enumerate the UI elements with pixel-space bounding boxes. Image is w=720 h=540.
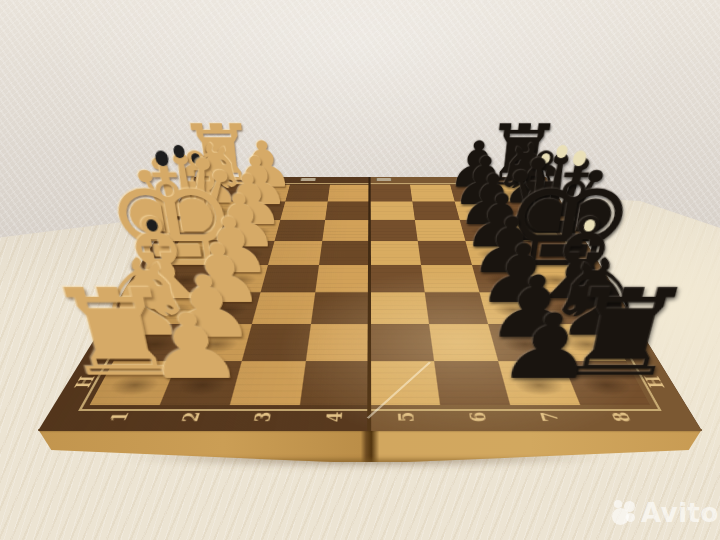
rank-label-7: 7: [532, 407, 567, 427]
rank-label-4: 4: [319, 407, 348, 427]
watermark: Avito: [608, 496, 720, 534]
rank-label-6: 6: [462, 407, 494, 427]
piece-glyph: ♟: [407, 301, 702, 391]
finial-dot: [154, 151, 169, 166]
hinge-icon: [376, 178, 392, 181]
finial-dot: [582, 219, 595, 231]
chessboard: 12345678HH♜♞♝♛♚♝♞♜♟♟♟♟♟♟♟♟♜♞♝♛♚♝♞♜♟♟♟♟♟♟…: [140, 35, 600, 495]
board-plane: 12345678HH♜♞♝♛♚♝♞♜♟♟♟♟♟♟♟♟♜♞♝♛♚♝♞♜♟♟♟♟♟♟…: [38, 177, 702, 431]
logo-circle: [624, 501, 635, 512]
finial-dot: [145, 219, 158, 231]
logo-circle: [614, 500, 622, 508]
board-fold-seam: [367, 177, 371, 431]
rank-label-5: 5: [391, 407, 420, 427]
watermark-text: Avito: [641, 498, 719, 528]
piece-glyph: ♟: [39, 301, 334, 391]
photo-scene: 12345678HH♜♞♝♛♚♝♞♜♟♟♟♟♟♟♟♟♜♞♝♛♚♝♞♜♟♟♟♟♟♟…: [0, 0, 720, 540]
finial-dot: [571, 151, 586, 166]
rank-label-3: 3: [246, 407, 278, 427]
logo-circle: [626, 513, 635, 522]
